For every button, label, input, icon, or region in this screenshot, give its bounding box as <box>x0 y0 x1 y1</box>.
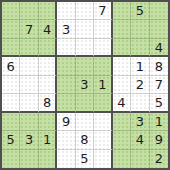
cell-r2c6[interactable] <box>94 20 112 38</box>
cell-r9c8[interactable] <box>131 150 149 168</box>
cell-r4c7[interactable] <box>113 57 131 75</box>
cell-r5c7[interactable] <box>113 76 131 94</box>
cell-r4c2[interactable] <box>20 57 38 75</box>
cell-r3c8[interactable] <box>131 39 149 57</box>
cell-r7c8[interactable]: 3 <box>131 113 149 131</box>
cell-r6c4[interactable] <box>57 94 75 112</box>
cell-r8c4[interactable] <box>57 131 75 149</box>
cell-r3c9[interactable]: 4 <box>150 39 168 57</box>
cell-r5c5[interactable]: 3 <box>76 76 94 94</box>
cell-r5c6[interactable]: 1 <box>94 76 112 94</box>
cell-r9c7[interactable] <box>113 150 131 168</box>
sudoku-board: 757434618312784593153184952 <box>0 0 170 170</box>
cell-r8c6[interactable] <box>94 131 112 149</box>
cell-r2c1[interactable] <box>2 20 20 38</box>
cell-r7c3[interactable] <box>39 113 57 131</box>
cell-r3c6[interactable] <box>94 39 112 57</box>
cell-r6c7[interactable]: 4 <box>113 94 131 112</box>
cell-r1c2[interactable] <box>20 2 38 20</box>
cell-r5c9[interactable]: 7 <box>150 76 168 94</box>
cell-r9c2[interactable] <box>20 150 38 168</box>
cell-r2c9[interactable] <box>150 20 168 38</box>
cell-r9c3[interactable] <box>39 150 57 168</box>
cell-r8c7[interactable] <box>113 131 131 149</box>
cell-r3c7[interactable] <box>113 39 131 57</box>
cell-r7c9[interactable]: 1 <box>150 113 168 131</box>
cell-r7c6[interactable] <box>94 113 112 131</box>
cell-r8c1[interactable]: 5 <box>2 131 20 149</box>
cell-r3c1[interactable] <box>2 39 20 57</box>
cell-r8c8[interactable]: 4 <box>131 131 149 149</box>
cell-r2c2[interactable]: 7 <box>20 20 38 38</box>
cell-r6c6[interactable] <box>94 94 112 112</box>
cell-r6c3[interactable]: 8 <box>39 94 57 112</box>
cell-r5c2[interactable] <box>20 76 38 94</box>
cell-r8c3[interactable]: 1 <box>39 131 57 149</box>
cell-r1c4[interactable] <box>57 2 75 20</box>
cell-r6c5[interactable] <box>76 94 94 112</box>
cell-r6c9[interactable]: 5 <box>150 94 168 112</box>
cell-r4c9[interactable]: 8 <box>150 57 168 75</box>
cell-r4c4[interactable] <box>57 57 75 75</box>
cell-r4c6[interactable] <box>94 57 112 75</box>
cell-r1c9[interactable] <box>150 2 168 20</box>
cell-r1c3[interactable] <box>39 2 57 20</box>
cell-r4c3[interactable] <box>39 57 57 75</box>
cell-r7c1[interactable] <box>2 113 20 131</box>
cell-r4c8[interactable]: 1 <box>131 57 149 75</box>
cell-r5c3[interactable] <box>39 76 57 94</box>
cell-r9c9[interactable]: 2 <box>150 150 168 168</box>
cell-r2c7[interactable] <box>113 20 131 38</box>
cell-r1c1[interactable] <box>2 2 20 20</box>
cell-r7c4[interactable]: 9 <box>57 113 75 131</box>
cell-r2c3[interactable]: 4 <box>39 20 57 38</box>
cell-r7c2[interactable] <box>20 113 38 131</box>
cell-r5c8[interactable]: 2 <box>131 76 149 94</box>
cell-r1c8[interactable]: 5 <box>131 2 149 20</box>
cell-r7c7[interactable] <box>113 113 131 131</box>
cell-r2c8[interactable] <box>131 20 149 38</box>
cell-r6c1[interactable] <box>2 94 20 112</box>
cell-r9c6[interactable] <box>94 150 112 168</box>
cell-r2c4[interactable]: 3 <box>57 20 75 38</box>
cell-r2c5[interactable] <box>76 20 94 38</box>
cell-r1c5[interactable] <box>76 2 94 20</box>
cell-r9c1[interactable] <box>2 150 20 168</box>
cell-r3c2[interactable] <box>20 39 38 57</box>
cell-r5c4[interactable] <box>57 76 75 94</box>
cell-r8c5[interactable]: 8 <box>76 131 94 149</box>
cell-r5c1[interactable] <box>2 76 20 94</box>
cell-r4c1[interactable]: 6 <box>2 57 20 75</box>
cell-r8c2[interactable]: 3 <box>20 131 38 149</box>
cell-r3c5[interactable] <box>76 39 94 57</box>
cell-r1c7[interactable] <box>113 2 131 20</box>
cell-r9c4[interactable] <box>57 150 75 168</box>
cell-r9c5[interactable]: 5 <box>76 150 94 168</box>
cell-r6c8[interactable] <box>131 94 149 112</box>
cell-r3c4[interactable] <box>57 39 75 57</box>
cell-r4c5[interactable] <box>76 57 94 75</box>
cell-r3c3[interactable] <box>39 39 57 57</box>
cell-r8c9[interactable]: 9 <box>150 131 168 149</box>
cell-r7c5[interactable] <box>76 113 94 131</box>
cell-r1c6[interactable]: 7 <box>94 2 112 20</box>
cell-r6c2[interactable] <box>20 94 38 112</box>
